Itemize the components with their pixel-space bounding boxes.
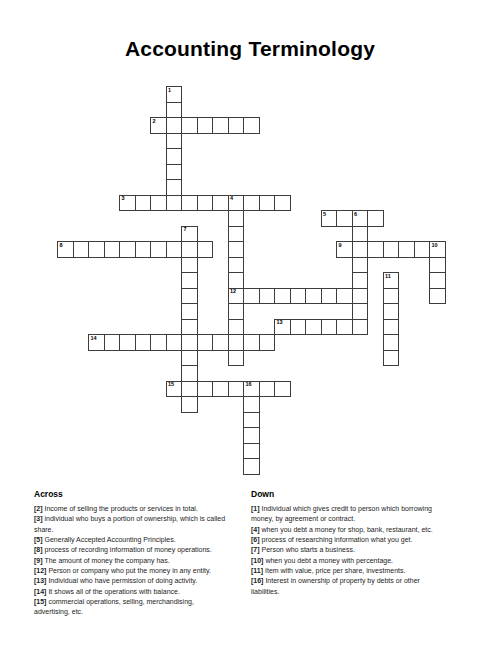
grid-cell[interactable] xyxy=(274,195,291,212)
grid-cell[interactable] xyxy=(212,195,229,212)
clue-line: liabilities. xyxy=(251,587,473,597)
grid-cell[interactable] xyxy=(135,334,152,351)
grid-cell[interactable] xyxy=(181,365,198,382)
grid-cell[interactable] xyxy=(414,241,431,258)
cell-number: 3 xyxy=(122,196,125,202)
grid-cell[interactable] xyxy=(259,288,276,305)
grid-cell[interactable] xyxy=(228,319,245,336)
grid-cell[interactable] xyxy=(166,117,183,134)
down-clue-list: [1] Individual which gives credit to per… xyxy=(251,504,473,597)
grid-cell[interactable] xyxy=(259,334,276,351)
cell-number: 6 xyxy=(354,212,357,218)
grid-cell[interactable] xyxy=(73,241,90,258)
across-header: Across xyxy=(34,489,252,499)
grid-cell[interactable] xyxy=(352,226,369,243)
cell-number: 7 xyxy=(184,227,187,233)
cell-number: 11 xyxy=(385,274,391,280)
grid-cell[interactable] xyxy=(228,381,245,398)
clue-line: share. xyxy=(34,525,252,535)
cell-number: 10 xyxy=(432,243,438,249)
grid-cell[interactable] xyxy=(135,241,152,258)
grid-cell[interactable]: 16 xyxy=(243,381,260,398)
across-clues-section: Across [2] Income of selling the product… xyxy=(34,489,252,618)
grid-cell[interactable] xyxy=(228,241,245,258)
clue-line: [11] Item with value, price per share, i… xyxy=(251,566,473,576)
grid-cell[interactable]: 10 xyxy=(429,241,446,258)
grid-cell[interactable] xyxy=(197,241,214,258)
grid-cell[interactable] xyxy=(243,288,260,305)
grid-cell[interactable] xyxy=(228,210,245,227)
grid-cell[interactable] xyxy=(383,319,400,336)
clue-line: [6] process of researching information w… xyxy=(251,535,473,545)
grid-cell[interactable] xyxy=(228,303,245,320)
cell-number: 12 xyxy=(230,289,236,295)
down-header: Down xyxy=(251,489,473,499)
grid-cell[interactable] xyxy=(228,226,245,243)
grid-cell[interactable] xyxy=(150,241,167,258)
grid-cell[interactable] xyxy=(166,334,183,351)
grid-cell[interactable] xyxy=(181,257,198,274)
clue-number: [11] xyxy=(251,567,263,574)
clue-line: [2] Income of selling the products or se… xyxy=(34,504,252,514)
grid-cell[interactable] xyxy=(181,241,198,258)
cell-number: 14 xyxy=(91,336,97,342)
grid-cell[interactable] xyxy=(104,241,121,258)
grid-cell[interactable] xyxy=(321,288,338,305)
grid-cell[interactable] xyxy=(181,117,198,134)
cell-number: 1 xyxy=(168,88,171,94)
grid-cell[interactable]: 2 xyxy=(150,117,167,134)
clue-line: [8] process of recording information of … xyxy=(34,545,252,555)
clue-line: [7] Person who starts a business. xyxy=(251,545,473,555)
clue-number: [2] xyxy=(34,505,43,512)
clue-line: [1] Individual which gives credit to per… xyxy=(251,504,473,514)
cell-number: 15 xyxy=(168,382,174,388)
grid-cell[interactable]: 14 xyxy=(88,334,105,351)
grid-cell[interactable] xyxy=(181,381,198,398)
clue-line: [14] It shows all of the operations with… xyxy=(34,587,252,597)
clue-line: [15] commercial operations, selling, mer… xyxy=(34,597,252,607)
across-clue-list: [2] Income of selling the products or se… xyxy=(34,504,252,618)
grid-cell[interactable]: 7 xyxy=(181,226,198,243)
grid-cell[interactable] xyxy=(166,195,183,212)
grid-cell[interactable] xyxy=(228,334,245,351)
grid-cell[interactable] xyxy=(352,303,369,320)
grid-cell[interactable] xyxy=(352,319,369,336)
grid-cell[interactable] xyxy=(166,133,183,150)
grid-cell[interactable] xyxy=(88,241,105,258)
grid-cell[interactable] xyxy=(166,102,183,119)
grid-cell[interactable] xyxy=(398,241,415,258)
cell-number: 16 xyxy=(246,382,252,388)
grid-cell[interactable] xyxy=(429,288,446,305)
grid-cell[interactable] xyxy=(181,303,198,320)
grid-cell[interactable] xyxy=(290,319,307,336)
grid-cell[interactable] xyxy=(383,350,400,367)
grid-cell[interactable] xyxy=(243,412,260,429)
grid-cell[interactable] xyxy=(243,458,260,475)
clue-line: [5] Generally Accepted Accounting Princi… xyxy=(34,535,252,545)
grid-cell[interactable] xyxy=(181,319,198,336)
clue-number: [14] xyxy=(34,588,46,595)
cell-number: 13 xyxy=(277,320,283,326)
grid-cell[interactable] xyxy=(119,241,136,258)
grid-cell[interactable] xyxy=(197,195,214,212)
grid-cell[interactable]: 6 xyxy=(352,210,369,227)
grid-cell[interactable]: 13 xyxy=(274,319,291,336)
grid-cell[interactable] xyxy=(274,288,291,305)
clue-number: [7] xyxy=(251,546,260,553)
grid-cell[interactable] xyxy=(259,381,276,398)
grid-cell[interactable]: 8 xyxy=(57,241,74,258)
grid-cell[interactable] xyxy=(429,272,446,289)
grid-cell[interactable] xyxy=(150,334,167,351)
clue-number: [3] xyxy=(34,515,43,522)
grid-cell[interactable] xyxy=(352,288,369,305)
clue-number: [9] xyxy=(34,557,43,564)
grid-cell[interactable] xyxy=(104,334,121,351)
grid-cell[interactable] xyxy=(321,319,338,336)
grid-cell[interactable] xyxy=(197,117,214,134)
cell-number: 9 xyxy=(339,243,342,249)
cell-number: 5 xyxy=(323,212,326,218)
grid-cell[interactable] xyxy=(212,334,229,351)
grid-cell[interactable] xyxy=(305,288,322,305)
grid-cell[interactable] xyxy=(290,288,307,305)
grid-cell[interactable] xyxy=(181,350,198,367)
grid-cell[interactable]: 4 xyxy=(228,195,245,212)
grid-cell[interactable] xyxy=(383,241,400,258)
clue-number: [4] xyxy=(251,526,260,533)
clue-line: [10] when you debt a money with percenta… xyxy=(251,556,473,566)
clue-number: [5] xyxy=(34,536,43,543)
cell-number: 2 xyxy=(153,119,156,125)
grid-cell[interactable]: 1 xyxy=(166,86,183,103)
grid-cell[interactable] xyxy=(305,319,322,336)
grid-cell[interactable] xyxy=(429,257,446,274)
grid-cell[interactable] xyxy=(352,272,369,289)
grid-cell[interactable] xyxy=(197,334,214,351)
cell-number: 4 xyxy=(230,196,233,202)
grid-cell[interactable] xyxy=(181,272,198,289)
grid-cell[interactable] xyxy=(181,396,198,413)
grid-cell[interactable]: 11 xyxy=(383,272,400,289)
grid-cell[interactable]: 5 xyxy=(321,210,338,227)
clue-number: [15] xyxy=(34,598,46,605)
grid-cell[interactable] xyxy=(259,195,276,212)
grid-cell[interactable] xyxy=(336,210,353,227)
grid-cell[interactable]: 3 xyxy=(119,195,136,212)
grid-cell[interactable] xyxy=(274,381,291,398)
grid-cell[interactable] xyxy=(243,396,260,413)
grid-cell[interactable] xyxy=(228,350,245,367)
grid-cell[interactable] xyxy=(367,210,384,227)
grid-cell[interactable]: 15 xyxy=(166,381,183,398)
grid-cell[interactable] xyxy=(228,272,245,289)
grid-cell[interactable] xyxy=(352,241,369,258)
grid-cell[interactable] xyxy=(352,257,369,274)
clue-line: [13] Individual who have permission of d… xyxy=(34,576,252,586)
grid-cell[interactable] xyxy=(181,195,198,212)
grid-cell[interactable] xyxy=(166,164,183,181)
grid-cell[interactable] xyxy=(243,334,260,351)
clue-number: [16] xyxy=(251,577,263,584)
clue-line: [12] Person or company who put the money… xyxy=(34,566,252,576)
grid-cell[interactable] xyxy=(336,288,353,305)
grid-cell[interactable] xyxy=(228,257,245,274)
cell-number: 8 xyxy=(60,243,63,249)
grid-cell[interactable] xyxy=(383,303,400,320)
grid-cell[interactable] xyxy=(243,427,260,444)
grid-cell[interactable] xyxy=(228,117,245,134)
grid-cell[interactable] xyxy=(367,241,384,258)
grid-cell[interactable]: 12 xyxy=(228,288,245,305)
grid-cell[interactable] xyxy=(383,288,400,305)
clue-line: money, by agreement or contract. xyxy=(251,514,473,524)
down-clues-section: Down [1] Individual which gives credit t… xyxy=(251,489,473,597)
page-title: Accounting Terminology xyxy=(0,37,500,61)
clue-line: [4] when you debt a money for shop, bank… xyxy=(251,525,473,535)
clue-line: [9] The amount of money the company has. xyxy=(34,556,252,566)
grid-cell[interactable] xyxy=(243,443,260,460)
grid-cell[interactable] xyxy=(212,381,229,398)
clue-line: [16] Interest in ownership of property b… xyxy=(251,576,473,586)
grid-cell[interactable] xyxy=(181,288,198,305)
grid-cell[interactable] xyxy=(383,334,400,351)
clue-number: [13] xyxy=(34,577,46,584)
clue-number: [1] xyxy=(251,505,260,512)
grid-cell[interactable] xyxy=(166,179,183,196)
grid-cell[interactable] xyxy=(166,241,183,258)
grid-cell[interactable] xyxy=(166,148,183,165)
grid-cell[interactable] xyxy=(243,195,260,212)
grid-cell[interactable] xyxy=(135,195,152,212)
clue-number: [8] xyxy=(34,546,43,553)
clue-line: advertising, etc. xyxy=(34,607,252,617)
grid-cell[interactable] xyxy=(181,334,198,351)
grid-cell[interactable] xyxy=(336,319,353,336)
crossword-grid: 23456891012131415161711 xyxy=(57,86,446,475)
clue-number: [12] xyxy=(34,567,46,574)
grid-cell[interactable] xyxy=(212,117,229,134)
grid-cell[interactable]: 9 xyxy=(336,241,353,258)
grid-cell[interactable] xyxy=(119,334,136,351)
clue-number: [10] xyxy=(251,557,263,564)
grid-cell[interactable] xyxy=(243,117,260,134)
grid-cell[interactable] xyxy=(150,195,167,212)
grid-cell[interactable] xyxy=(197,381,214,398)
clue-number: [6] xyxy=(251,536,260,543)
clue-line: [3] individual who buys a portion of own… xyxy=(34,514,252,524)
